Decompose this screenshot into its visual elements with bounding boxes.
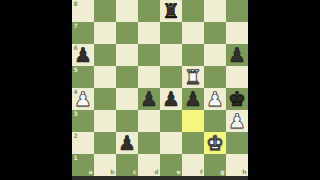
square-f2[interactable]	[182, 132, 204, 154]
square-c7[interactable]	[116, 22, 138, 44]
square-b5[interactable]	[94, 66, 116, 88]
square-h4[interactable]: ♚	[226, 88, 248, 110]
white-pawn[interactable]: ♟	[226, 110, 248, 132]
square-b7[interactable]	[94, 22, 116, 44]
square-f5[interactable]: ♜	[182, 66, 204, 88]
square-e4[interactable]: ♟	[160, 88, 182, 110]
square-f8[interactable]	[182, 0, 204, 22]
square-h7[interactable]	[226, 22, 248, 44]
square-e5[interactable]	[160, 66, 182, 88]
square-c3[interactable]	[116, 110, 138, 132]
file-label-d: d	[154, 169, 158, 175]
square-d1[interactable]: d	[138, 154, 160, 176]
white-king[interactable]: ♚	[204, 132, 226, 154]
square-e1[interactable]: e	[160, 154, 182, 176]
chess-board: 8♜76♟♟5♜4♟♟♟♟♟♚3♟2♟♚1abcdefgh	[72, 0, 248, 176]
black-pawn[interactable]: ♟	[138, 88, 160, 110]
square-h3[interactable]: ♟	[226, 110, 248, 132]
square-g3[interactable]	[204, 110, 226, 132]
square-d8[interactable]	[138, 0, 160, 22]
square-d3[interactable]	[138, 110, 160, 132]
square-a6[interactable]: 6♟	[72, 44, 94, 66]
square-b2[interactable]	[94, 132, 116, 154]
square-a5[interactable]: 5	[72, 66, 94, 88]
square-a8[interactable]: 8	[72, 0, 94, 22]
rank-label-2: 2	[74, 133, 78, 139]
file-label-h: h	[242, 169, 246, 175]
square-h5[interactable]	[226, 66, 248, 88]
letterbox-left	[0, 0, 72, 180]
black-pawn[interactable]: ♟	[72, 44, 94, 66]
square-f4[interactable]: ♟	[182, 88, 204, 110]
white-pawn[interactable]: ♟	[204, 88, 226, 110]
square-c2[interactable]: ♟	[116, 132, 138, 154]
square-g6[interactable]	[204, 44, 226, 66]
square-g7[interactable]	[204, 22, 226, 44]
square-g4[interactable]: ♟	[204, 88, 226, 110]
square-f3[interactable]	[182, 110, 204, 132]
square-g5[interactable]	[204, 66, 226, 88]
rank-label-8: 8	[74, 1, 78, 7]
square-d4[interactable]: ♟	[138, 88, 160, 110]
rank-label-3: 3	[74, 111, 78, 117]
rank-label-1: 1	[74, 155, 78, 161]
square-h8[interactable]	[226, 0, 248, 22]
square-f6[interactable]	[182, 44, 204, 66]
square-c1[interactable]: c	[116, 154, 138, 176]
square-g2[interactable]: ♚	[204, 132, 226, 154]
square-a2[interactable]: 2	[72, 132, 94, 154]
square-a7[interactable]: 7	[72, 22, 94, 44]
white-rook[interactable]: ♜	[182, 66, 204, 88]
white-pawn[interactable]: ♟	[72, 88, 94, 110]
square-c5[interactable]	[116, 66, 138, 88]
square-g8[interactable]	[204, 0, 226, 22]
square-e7[interactable]	[160, 22, 182, 44]
square-d7[interactable]	[138, 22, 160, 44]
letterbox-right	[248, 0, 320, 180]
square-b6[interactable]	[94, 44, 116, 66]
square-e3[interactable]	[160, 110, 182, 132]
file-label-c: c	[133, 169, 137, 175]
square-c8[interactable]	[116, 0, 138, 22]
square-h2[interactable]	[226, 132, 248, 154]
black-king[interactable]: ♚	[226, 88, 248, 110]
square-b3[interactable]	[94, 110, 116, 132]
file-label-a: a	[88, 169, 92, 175]
file-label-g: g	[220, 169, 224, 175]
square-d6[interactable]	[138, 44, 160, 66]
rank-label-7: 7	[74, 23, 78, 29]
black-pawn[interactable]: ♟	[226, 44, 248, 66]
rank-label-5: 5	[74, 67, 78, 73]
black-rook[interactable]: ♜	[160, 0, 182, 22]
square-g1[interactable]: g	[204, 154, 226, 176]
file-label-b: b	[110, 169, 114, 175]
square-f7[interactable]	[182, 22, 204, 44]
square-a3[interactable]: 3	[72, 110, 94, 132]
square-b8[interactable]	[94, 0, 116, 22]
square-a4[interactable]: 4♟	[72, 88, 94, 110]
board-bottom-edge	[72, 176, 248, 180]
square-h6[interactable]: ♟	[226, 44, 248, 66]
square-a1[interactable]: 1a	[72, 154, 94, 176]
black-pawn[interactable]: ♟	[116, 132, 138, 154]
square-e6[interactable]	[160, 44, 182, 66]
square-e2[interactable]	[160, 132, 182, 154]
square-c6[interactable]	[116, 44, 138, 66]
square-b4[interactable]	[94, 88, 116, 110]
black-pawn[interactable]: ♟	[182, 88, 204, 110]
square-f1[interactable]: f	[182, 154, 204, 176]
file-label-e: e	[176, 169, 180, 175]
black-pawn[interactable]: ♟	[160, 88, 182, 110]
square-e8[interactable]: ♜	[160, 0, 182, 22]
square-d2[interactable]	[138, 132, 160, 154]
square-b1[interactable]: b	[94, 154, 116, 176]
square-d5[interactable]	[138, 66, 160, 88]
square-c4[interactable]	[116, 88, 138, 110]
square-h1[interactable]: h	[226, 154, 248, 176]
file-label-f: f	[200, 169, 203, 175]
